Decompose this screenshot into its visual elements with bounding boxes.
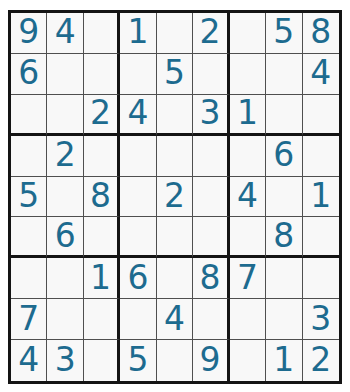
cell-r1c4[interactable]: 1 [120, 13, 156, 54]
cell-r6c7[interactable] [230, 217, 266, 258]
given-digit: 5 [18, 179, 39, 212]
given-digit: 2 [90, 96, 111, 129]
cell-r4c2[interactable]: 2 [47, 136, 83, 177]
cell-r5c8[interactable] [266, 177, 302, 218]
cell-r8c3[interactable] [84, 299, 120, 340]
cell-r9c8[interactable]: 1 [266, 340, 302, 381]
cell-r4c7[interactable] [230, 136, 266, 177]
cell-r7c6[interactable]: 8 [193, 258, 229, 299]
cell-r7c2[interactable] [47, 258, 83, 299]
cell-r7c7[interactable]: 7 [230, 258, 266, 299]
given-digit: 3 [310, 302, 331, 335]
cell-r4c8[interactable]: 6 [266, 136, 302, 177]
cell-r4c3[interactable] [84, 136, 120, 177]
cell-r8c1[interactable]: 7 [11, 299, 47, 340]
given-digit: 7 [237, 261, 258, 294]
given-digit: 4 [237, 179, 258, 212]
cell-r4c9[interactable] [303, 136, 339, 177]
given-digit: 8 [273, 219, 294, 252]
given-digit: 3 [199, 96, 220, 129]
given-digit: 1 [128, 15, 149, 48]
given-digit: 5 [273, 15, 294, 48]
cell-r4c5[interactable] [157, 136, 193, 177]
cell-r5c7[interactable]: 4 [230, 177, 266, 218]
cell-r8c7[interactable] [230, 299, 266, 340]
cell-r2c2[interactable] [47, 54, 83, 95]
cell-r9c7[interactable] [230, 340, 266, 381]
cell-r6c5[interactable] [157, 217, 193, 258]
cell-r7c1[interactable] [11, 258, 47, 299]
cell-r8c4[interactable] [120, 299, 156, 340]
given-digit: 8 [199, 261, 220, 294]
given-digit: 5 [164, 56, 185, 89]
cell-r9c9[interactable]: 2 [303, 340, 339, 381]
cell-r9c2[interactable]: 3 [47, 340, 83, 381]
given-digit: 4 [18, 343, 39, 376]
cell-r3c4[interactable]: 4 [120, 95, 156, 136]
cell-r6c3[interactable] [84, 217, 120, 258]
given-digit: 6 [273, 138, 294, 171]
given-digit: 2 [310, 343, 331, 376]
given-digit: 2 [55, 138, 76, 171]
given-digit: 4 [128, 96, 149, 129]
cell-r3c1[interactable] [11, 95, 47, 136]
cell-r3c6[interactable]: 3 [193, 95, 229, 136]
given-digit: 9 [18, 15, 39, 48]
cell-r2c4[interactable] [120, 54, 156, 95]
given-digit: 7 [18, 302, 39, 335]
cell-r3c3[interactable]: 2 [84, 95, 120, 136]
cell-r8c6[interactable] [193, 299, 229, 340]
cell-r2c1[interactable]: 6 [11, 54, 47, 95]
cell-r2c6[interactable] [193, 54, 229, 95]
given-digit: 6 [18, 56, 39, 89]
cell-r9c5[interactable] [157, 340, 193, 381]
cell-r1c6[interactable]: 2 [193, 13, 229, 54]
cell-r6c6[interactable] [193, 217, 229, 258]
cell-r6c8[interactable]: 8 [266, 217, 302, 258]
cell-r7c4[interactable]: 6 [120, 258, 156, 299]
cell-r6c9[interactable] [303, 217, 339, 258]
cell-r3c7[interactable]: 1 [230, 95, 266, 136]
given-digit: 6 [55, 219, 76, 252]
cell-r9c6[interactable]: 9 [193, 340, 229, 381]
given-digit: 9 [199, 343, 220, 376]
cell-r4c1[interactable] [11, 136, 47, 177]
cell-r8c2[interactable] [47, 299, 83, 340]
cell-r7c5[interactable] [157, 258, 193, 299]
cell-r3c8[interactable] [266, 95, 302, 136]
given-digit: 6 [128, 261, 149, 294]
cell-r1c7[interactable] [230, 13, 266, 54]
given-digit: 2 [199, 15, 220, 48]
cell-r6c2[interactable]: 6 [47, 217, 83, 258]
cell-r1c8[interactable]: 5 [266, 13, 302, 54]
given-digit: 1 [310, 179, 331, 212]
cell-r2c3[interactable] [84, 54, 120, 95]
given-digit: 5 [128, 343, 149, 376]
given-digit: 8 [90, 179, 111, 212]
cell-r5c3[interactable]: 8 [84, 177, 120, 218]
cell-r2c8[interactable] [266, 54, 302, 95]
cell-r7c3[interactable]: 1 [84, 258, 120, 299]
given-digit: 4 [164, 302, 185, 335]
cell-r5c1[interactable]: 5 [11, 177, 47, 218]
given-digit: 1 [273, 343, 294, 376]
cell-r1c3[interactable] [84, 13, 120, 54]
cell-r9c1[interactable]: 4 [11, 340, 47, 381]
cell-r1c5[interactable] [157, 13, 193, 54]
cell-r4c6[interactable] [193, 136, 229, 177]
cell-r3c5[interactable] [157, 95, 193, 136]
cell-r6c4[interactable] [120, 217, 156, 258]
cell-r5c9[interactable]: 1 [303, 177, 339, 218]
given-digit: 4 [310, 56, 331, 89]
cell-r5c2[interactable] [47, 177, 83, 218]
cell-r9c4[interactable]: 5 [120, 340, 156, 381]
given-digit: 8 [310, 15, 331, 48]
cell-r1c2[interactable]: 4 [47, 13, 83, 54]
cell-r1c1[interactable]: 9 [11, 13, 47, 54]
cell-r6c1[interactable] [11, 217, 47, 258]
cell-r2c9[interactable]: 4 [303, 54, 339, 95]
cell-r7c9[interactable] [303, 258, 339, 299]
cell-r1c9[interactable]: 8 [303, 13, 339, 54]
given-digit: 1 [237, 96, 258, 129]
cell-r4c4[interactable] [120, 136, 156, 177]
cell-r8c5[interactable]: 4 [157, 299, 193, 340]
cell-r3c2[interactable] [47, 95, 83, 136]
cell-r2c5[interactable]: 5 [157, 54, 193, 95]
cell-r8c8[interactable] [266, 299, 302, 340]
given-digit: 2 [164, 179, 185, 212]
cell-r5c6[interactable] [193, 177, 229, 218]
cell-r5c4[interactable] [120, 177, 156, 218]
given-digit: 4 [55, 15, 76, 48]
cell-r7c8[interactable] [266, 258, 302, 299]
cell-r3c9[interactable] [303, 95, 339, 136]
cell-r9c3[interactable] [84, 340, 120, 381]
cell-r2c7[interactable] [230, 54, 266, 95]
given-digit: 3 [55, 343, 76, 376]
sudoku-board: 94125865424312658241681687743435912 [8, 10, 342, 384]
cell-r8c9[interactable]: 3 [303, 299, 339, 340]
given-digit: 1 [90, 261, 111, 294]
cell-r5c5[interactable]: 2 [157, 177, 193, 218]
